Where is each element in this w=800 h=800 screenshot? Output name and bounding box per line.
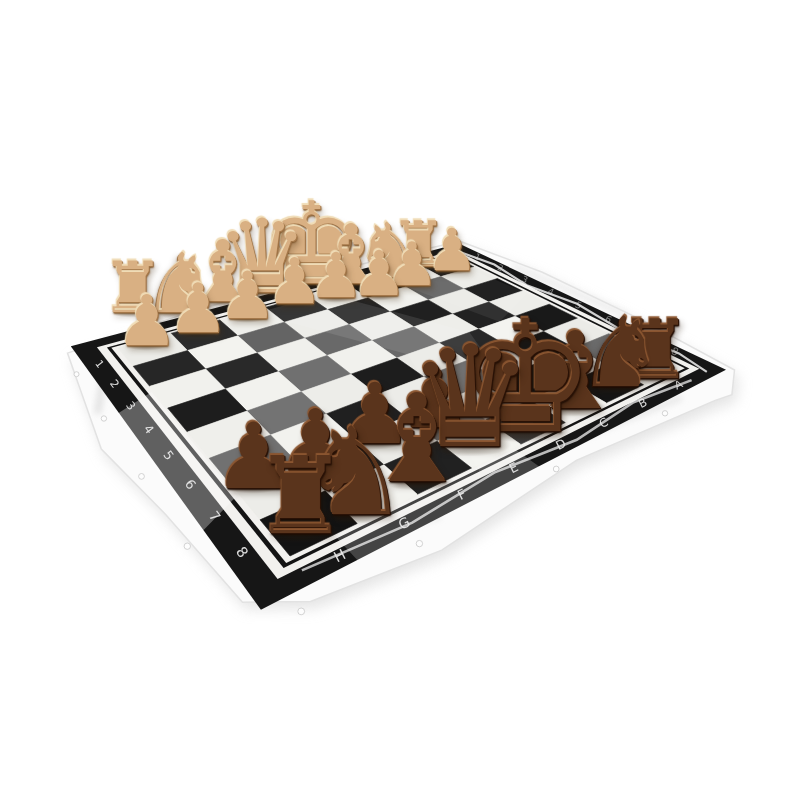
fastener-hole — [101, 416, 106, 421]
fastener-hole — [416, 540, 422, 546]
fastener-hole — [553, 466, 559, 472]
chess-set-product-photo: 1122334455667788AABBCCDDEEFFGGHH ♜♟♞♟♝♟♛… — [0, 0, 800, 800]
fastener-hole — [298, 608, 305, 615]
fastener-hole — [662, 411, 667, 416]
fastener-hole — [74, 372, 79, 377]
fastener-hole — [139, 474, 145, 480]
fastener-hole — [184, 543, 190, 549]
vinyl-chessboard: 1122334455667788AABBCCDDEEFFGGHH — [0, 0, 800, 800]
